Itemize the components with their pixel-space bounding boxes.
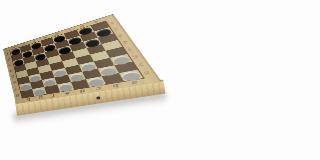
board-grid: ⛂⛂⛂⛂⛂⛂⛂⛂⛂⛂⛂⛂⛀⛀⛀⛀⛀⛀⛀⛀⛀⛀⛀⛀ [10,21,143,98]
square-a8[interactable]: ⛀ [119,70,143,82]
white-piece-a8[interactable]: ⛀ [120,70,141,80]
white-piece-d7[interactable]: ⛀ [69,72,85,81]
white-piece-f7[interactable]: ⛀ [43,78,56,86]
white-piece-g8[interactable]: ⛀ [33,87,46,95]
photo-scene: hgfedcba hgfedcba 12345678 12345678 ⛂⛂⛂⛂… [0,0,150,160]
white-piece-h7[interactable]: ⛀ [20,83,31,91]
white-piece-g6[interactable]: ⛀ [29,74,41,82]
white-piece-e8[interactable]: ⛀ [58,83,73,92]
white-piece-e6[interactable]: ⛀ [53,68,67,76]
clasp-icon [96,96,100,100]
